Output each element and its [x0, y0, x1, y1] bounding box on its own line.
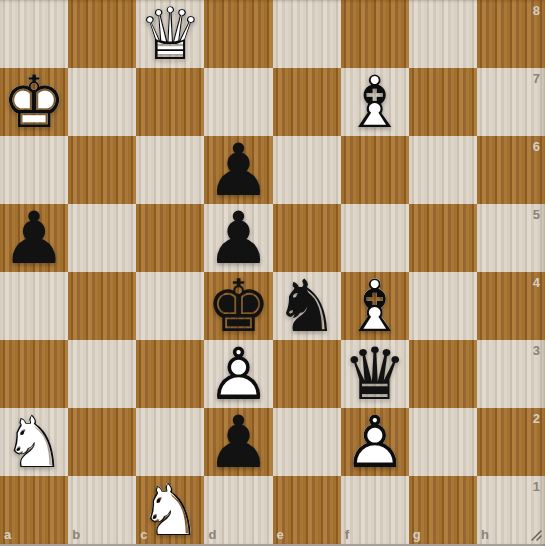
white-piece-outline-glyph: ♘: [0, 408, 68, 476]
square-a6[interactable]: [0, 136, 68, 204]
file-label-d: d: [208, 527, 216, 542]
white-piece-outline-glyph: ♙: [204, 340, 272, 408]
square-h3[interactable]: 3: [477, 340, 545, 408]
square-b4[interactable]: [68, 272, 136, 340]
square-g2[interactable]: [409, 408, 477, 476]
square-e7[interactable]: [273, 68, 341, 136]
square-h2[interactable]: 2: [477, 408, 545, 476]
square-c1[interactable]: ♞♘c: [136, 476, 204, 544]
file-label-g: g: [413, 527, 421, 542]
piece-black-pawn-a5[interactable]: ♟: [0, 204, 68, 272]
square-f1[interactable]: f: [341, 476, 409, 544]
rank-label-1: 1: [533, 479, 540, 494]
square-d4[interactable]: ♚: [204, 272, 272, 340]
rank-label-5: 5: [533, 207, 540, 222]
square-e4[interactable]: ♞: [273, 272, 341, 340]
square-d3[interactable]: ♟♙: [204, 340, 272, 408]
square-g8[interactable]: [409, 0, 477, 68]
square-f4[interactable]: ♝♗: [341, 272, 409, 340]
piece-white-knight-c1[interactable]: ♞♘: [136, 476, 204, 544]
resize-handle-icon[interactable]: [529, 528, 543, 542]
square-h4[interactable]: 4: [477, 272, 545, 340]
file-label-b: b: [72, 527, 80, 542]
square-g4[interactable]: [409, 272, 477, 340]
piece-white-pawn-d3[interactable]: ♟♙: [204, 340, 272, 408]
rank-label-7: 7: [533, 71, 540, 86]
piece-black-pawn-d6[interactable]: ♟: [204, 136, 272, 204]
square-h1[interactable]: h1: [477, 476, 545, 544]
square-g6[interactable]: [409, 136, 477, 204]
piece-black-pawn-d5[interactable]: ♟: [204, 204, 272, 272]
square-e6[interactable]: [273, 136, 341, 204]
piece-white-king-a7[interactable]: ♚♔: [0, 68, 68, 136]
square-b2[interactable]: [68, 408, 136, 476]
square-h6[interactable]: 6: [477, 136, 545, 204]
square-g3[interactable]: [409, 340, 477, 408]
square-f8[interactable]: [341, 0, 409, 68]
square-b5[interactable]: [68, 204, 136, 272]
square-a5[interactable]: ♟: [0, 204, 68, 272]
square-b1[interactable]: b: [68, 476, 136, 544]
piece-white-queen-c8[interactable]: ♛♕: [136, 0, 204, 68]
square-c7[interactable]: [136, 68, 204, 136]
square-e8[interactable]: [273, 0, 341, 68]
chess-board: ♛♕8♚♔♝♗7♟6♟♟5♚♞♝♗4♟♙♛3♞♘♟♟♙2ab♞♘cdefgh1: [0, 0, 545, 546]
square-a1[interactable]: a: [0, 476, 68, 544]
white-piece-outline-glyph: ♗: [341, 68, 409, 136]
square-b3[interactable]: [68, 340, 136, 408]
piece-white-bishop-f7[interactable]: ♝♗: [341, 68, 409, 136]
square-d2[interactable]: ♟: [204, 408, 272, 476]
square-h8[interactable]: 8: [477, 0, 545, 68]
file-label-a: a: [4, 527, 11, 542]
piece-black-queen-f3[interactable]: ♛: [341, 340, 409, 408]
piece-black-king-d4[interactable]: ♚: [204, 272, 272, 340]
rank-label-2: 2: [533, 411, 540, 426]
piece-white-bishop-f4[interactable]: ♝♗: [341, 272, 409, 340]
square-h7[interactable]: 7: [477, 68, 545, 136]
square-f2[interactable]: ♟♙: [341, 408, 409, 476]
white-piece-outline-glyph: ♘: [136, 476, 204, 544]
square-f5[interactable]: [341, 204, 409, 272]
square-d8[interactable]: [204, 0, 272, 68]
square-c3[interactable]: [136, 340, 204, 408]
square-e2[interactable]: [273, 408, 341, 476]
piece-black-knight-e4[interactable]: ♞: [273, 272, 341, 340]
file-label-f: f: [345, 527, 349, 542]
square-d1[interactable]: d: [204, 476, 272, 544]
white-piece-outline-glyph: ♗: [341, 272, 409, 340]
square-a3[interactable]: [0, 340, 68, 408]
square-e1[interactable]: e: [273, 476, 341, 544]
square-e5[interactable]: [273, 204, 341, 272]
square-g7[interactable]: [409, 68, 477, 136]
file-label-h: h: [481, 527, 489, 542]
rank-label-6: 6: [533, 139, 540, 154]
square-f7[interactable]: ♝♗: [341, 68, 409, 136]
square-g5[interactable]: [409, 204, 477, 272]
square-f6[interactable]: [341, 136, 409, 204]
square-c5[interactable]: [136, 204, 204, 272]
square-d6[interactable]: ♟: [204, 136, 272, 204]
square-f3[interactable]: ♛: [341, 340, 409, 408]
square-c2[interactable]: [136, 408, 204, 476]
square-c4[interactable]: [136, 272, 204, 340]
square-e3[interactable]: [273, 340, 341, 408]
piece-white-pawn-f2[interactable]: ♟♙: [341, 408, 409, 476]
square-a2[interactable]: ♞♘: [0, 408, 68, 476]
square-d5[interactable]: ♟: [204, 204, 272, 272]
square-a7[interactable]: ♚♔: [0, 68, 68, 136]
square-b8[interactable]: [68, 0, 136, 68]
square-a8[interactable]: [0, 0, 68, 68]
square-h5[interactable]: 5: [477, 204, 545, 272]
piece-white-knight-a2[interactable]: ♞♘: [0, 408, 68, 476]
square-b6[interactable]: [68, 136, 136, 204]
piece-black-pawn-d2[interactable]: ♟: [204, 408, 272, 476]
file-label-e: e: [277, 527, 284, 542]
white-piece-outline-glyph: ♙: [341, 408, 409, 476]
square-a4[interactable]: [0, 272, 68, 340]
square-g1[interactable]: g: [409, 476, 477, 544]
square-c8[interactable]: ♛♕: [136, 0, 204, 68]
white-piece-outline-glyph: ♔: [0, 68, 68, 136]
white-piece-outline-glyph: ♕: [136, 0, 204, 68]
rank-label-8: 8: [533, 3, 540, 18]
rank-label-4: 4: [533, 275, 540, 290]
chess-board-container: ♛♕8♚♔♝♗7♟6♟♟5♚♞♝♗4♟♙♛3♞♘♟♟♙2ab♞♘cdefgh1: [0, 0, 545, 546]
square-c6[interactable]: [136, 136, 204, 204]
rank-label-3: 3: [533, 343, 540, 358]
square-b7[interactable]: [68, 68, 136, 136]
square-d7[interactable]: [204, 68, 272, 136]
